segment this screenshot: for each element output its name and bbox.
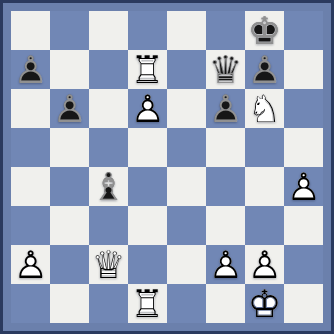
square-f2[interactable]: ♟♙ bbox=[206, 245, 245, 284]
square-f8[interactable] bbox=[206, 11, 245, 50]
square-b2[interactable] bbox=[50, 245, 89, 284]
white-knight-icon[interactable]: ♞♘ bbox=[245, 89, 284, 128]
square-d3[interactable] bbox=[128, 206, 167, 245]
square-g5[interactable] bbox=[245, 128, 284, 167]
square-g4[interactable] bbox=[245, 167, 284, 206]
chess-board: ♚♔♟♙♜♖♛♕♟♙♟♙♟♙♟♙♞♘♝♗♟♙♟♙♛♕♟♙♟♙♜♖♚♔ bbox=[11, 11, 323, 323]
square-f7[interactable]: ♛♕ bbox=[206, 50, 245, 89]
square-h6[interactable] bbox=[284, 89, 323, 128]
black-pawn-icon[interactable]: ♟♙ bbox=[245, 50, 284, 89]
black-pawn-icon[interactable]: ♟♙ bbox=[11, 50, 50, 89]
square-c4[interactable]: ♝♗ bbox=[89, 167, 128, 206]
white-rook-icon[interactable]: ♜♖ bbox=[128, 284, 167, 323]
square-h4[interactable]: ♟♙ bbox=[284, 167, 323, 206]
square-d1[interactable]: ♜♖ bbox=[128, 284, 167, 323]
square-a3[interactable] bbox=[11, 206, 50, 245]
square-g6[interactable]: ♞♘ bbox=[245, 89, 284, 128]
square-g7[interactable]: ♟♙ bbox=[245, 50, 284, 89]
square-f6[interactable]: ♟♙ bbox=[206, 89, 245, 128]
square-b1[interactable] bbox=[50, 284, 89, 323]
square-a6[interactable] bbox=[11, 89, 50, 128]
square-f5[interactable] bbox=[206, 128, 245, 167]
black-king-icon[interactable]: ♚♔ bbox=[245, 11, 284, 50]
square-f1[interactable] bbox=[206, 284, 245, 323]
square-a2[interactable]: ♟♙ bbox=[11, 245, 50, 284]
square-b6[interactable]: ♟♙ bbox=[50, 89, 89, 128]
square-e6[interactable] bbox=[167, 89, 206, 128]
white-pawn-icon[interactable]: ♟♙ bbox=[284, 167, 323, 206]
square-h3[interactable] bbox=[284, 206, 323, 245]
square-g2[interactable]: ♟♙ bbox=[245, 245, 284, 284]
white-pawn-icon[interactable]: ♟♙ bbox=[206, 245, 245, 284]
square-d2[interactable] bbox=[128, 245, 167, 284]
square-f3[interactable] bbox=[206, 206, 245, 245]
black-pawn-icon[interactable]: ♟♙ bbox=[206, 89, 245, 128]
black-bishop-icon[interactable]: ♝♗ bbox=[89, 167, 128, 206]
square-e7[interactable] bbox=[167, 50, 206, 89]
square-g8[interactable]: ♚♔ bbox=[245, 11, 284, 50]
square-d8[interactable] bbox=[128, 11, 167, 50]
square-c1[interactable] bbox=[89, 284, 128, 323]
square-c6[interactable] bbox=[89, 89, 128, 128]
square-a1[interactable] bbox=[11, 284, 50, 323]
square-e2[interactable] bbox=[167, 245, 206, 284]
square-h5[interactable] bbox=[284, 128, 323, 167]
square-c7[interactable] bbox=[89, 50, 128, 89]
square-e1[interactable] bbox=[167, 284, 206, 323]
square-a4[interactable] bbox=[11, 167, 50, 206]
square-a8[interactable] bbox=[11, 11, 50, 50]
white-rook-icon[interactable]: ♜♖ bbox=[128, 50, 167, 89]
board-frame: ♚♔♟♙♜♖♛♕♟♙♟♙♟♙♟♙♞♘♝♗♟♙♟♙♛♕♟♙♟♙♜♖♚♔ bbox=[0, 0, 334, 334]
square-h7[interactable] bbox=[284, 50, 323, 89]
square-d5[interactable] bbox=[128, 128, 167, 167]
square-g1[interactable]: ♚♔ bbox=[245, 284, 284, 323]
square-c5[interactable] bbox=[89, 128, 128, 167]
square-a7[interactable]: ♟♙ bbox=[11, 50, 50, 89]
square-c3[interactable] bbox=[89, 206, 128, 245]
square-h8[interactable] bbox=[284, 11, 323, 50]
white-pawn-icon[interactable]: ♟♙ bbox=[128, 89, 167, 128]
square-b4[interactable] bbox=[50, 167, 89, 206]
square-d6[interactable]: ♟♙ bbox=[128, 89, 167, 128]
square-b8[interactable] bbox=[50, 11, 89, 50]
square-d7[interactable]: ♜♖ bbox=[128, 50, 167, 89]
square-h1[interactable] bbox=[284, 284, 323, 323]
square-b3[interactable] bbox=[50, 206, 89, 245]
white-king-icon[interactable]: ♚♔ bbox=[245, 284, 284, 323]
square-c2[interactable]: ♛♕ bbox=[89, 245, 128, 284]
square-e3[interactable] bbox=[167, 206, 206, 245]
square-b7[interactable] bbox=[50, 50, 89, 89]
square-f4[interactable] bbox=[206, 167, 245, 206]
white-pawn-icon[interactable]: ♟♙ bbox=[11, 245, 50, 284]
black-queen-icon[interactable]: ♛♕ bbox=[206, 50, 245, 89]
square-c8[interactable] bbox=[89, 11, 128, 50]
square-h2[interactable] bbox=[284, 245, 323, 284]
square-e4[interactable] bbox=[167, 167, 206, 206]
square-a5[interactable] bbox=[11, 128, 50, 167]
square-e8[interactable] bbox=[167, 11, 206, 50]
square-e5[interactable] bbox=[167, 128, 206, 167]
white-queen-icon[interactable]: ♛♕ bbox=[89, 245, 128, 284]
square-d4[interactable] bbox=[128, 167, 167, 206]
black-pawn-icon[interactable]: ♟♙ bbox=[50, 89, 89, 128]
square-b5[interactable] bbox=[50, 128, 89, 167]
square-g3[interactable] bbox=[245, 206, 284, 245]
white-pawn-icon[interactable]: ♟♙ bbox=[245, 245, 284, 284]
